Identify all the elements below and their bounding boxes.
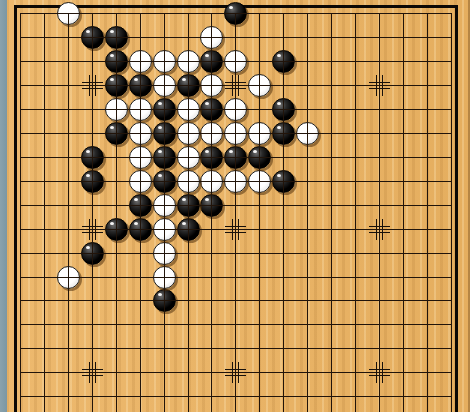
grid-line-vertical [235, 13, 236, 412]
grid-line-vertical [451, 13, 452, 412]
window-edge-strip [0, 0, 7, 412]
grid-line-vertical [427, 13, 428, 412]
go-app-screenshot: ✕ [0, 0, 470, 412]
grid-line-vertical [164, 13, 165, 412]
grid-line-vertical [20, 13, 21, 412]
grid-line-vertical [283, 13, 284, 412]
grid-line-vertical [92, 13, 93, 412]
grid-line-vertical [211, 13, 212, 412]
grid-line-vertical [403, 13, 404, 412]
grid-line-vertical [259, 13, 260, 412]
grid-line-vertical [140, 13, 141, 412]
grid-line-vertical [379, 13, 380, 412]
grid-line-vertical [355, 13, 356, 412]
grid-line-vertical [68, 13, 69, 412]
grid-line-vertical [188, 13, 189, 412]
grid-line-vertical [116, 13, 117, 412]
grid-line-vertical [331, 13, 332, 412]
grid-line-vertical [44, 13, 45, 412]
grid-line-vertical [307, 13, 308, 412]
